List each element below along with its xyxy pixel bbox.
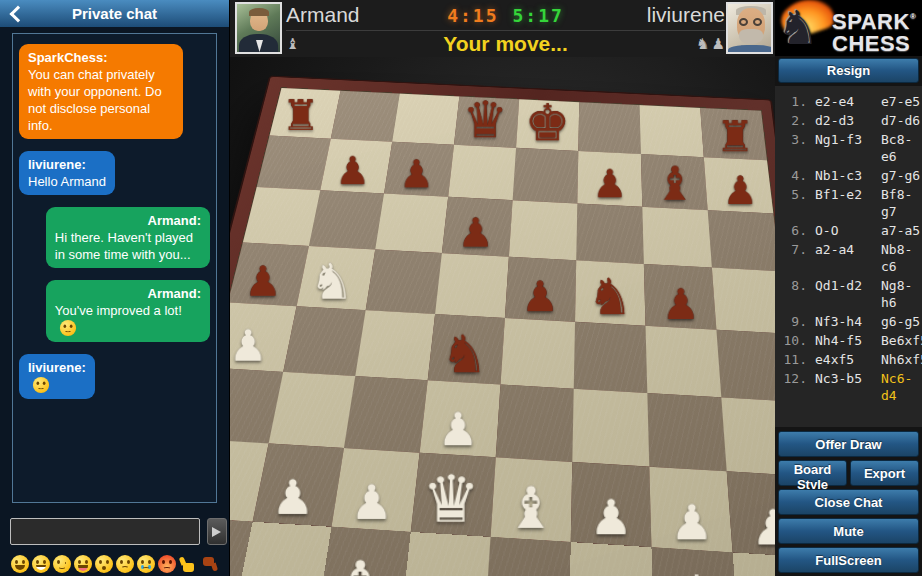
white-pawn[interactable]: ♟ (651, 499, 732, 547)
black-knight[interactable]: ♞ (575, 272, 645, 322)
avatar-glasses (753, 18, 762, 26)
emoji-tongue-button[interactable] (74, 555, 92, 573)
resign-button[interactable]: Resign (778, 58, 919, 83)
close-chat-button[interactable]: Close Chat (778, 489, 919, 515)
black-pawn[interactable]: ♟ (577, 165, 642, 204)
status-message: Your move... (443, 32, 567, 56)
square-d6[interactable]: ♟ (441, 197, 512, 257)
white-bishop[interactable]: ♝ (490, 480, 570, 537)
emoji-sad-button[interactable] (116, 555, 134, 573)
black-clock: 5:17 (513, 5, 564, 26)
emoji-cry-button[interactable] (137, 555, 155, 573)
square-d2[interactable]: ♛ (410, 453, 495, 537)
avatar-beard (739, 29, 763, 44)
black-rook[interactable]: ♜ (269, 94, 331, 136)
white-pawn[interactable]: ♟ (252, 474, 331, 522)
send-icon (212, 527, 226, 537)
square-h6[interactable] (707, 210, 775, 271)
avatar-glasses (739, 18, 748, 26)
square-d1[interactable] (400, 532, 490, 576)
square-a6[interactable] (242, 187, 319, 246)
game-area: ♜♛♚♜♟♟♟♝♟♟♟♞♟♞♟♟♞♟♟♟♛♝♟♟♟♜♝♜♚ Armand 4:1… (230, 0, 775, 576)
square-g3[interactable] (647, 393, 726, 471)
square-f7[interactable]: ♟ (577, 151, 642, 207)
emoji-grin-button[interactable] (32, 555, 50, 573)
chat-input-row (10, 518, 223, 545)
sparkchess-logo: ♞ SPARK® CHESS (775, 0, 922, 56)
black-king[interactable]: ♚ (516, 98, 578, 149)
square-g2[interactable]: ♟ (649, 467, 732, 553)
black-pawn[interactable]: ♟ (230, 261, 297, 303)
white-bishop[interactable]: ♝ (318, 554, 402, 576)
move-row: 3.Ng1-f3Bc8-e6 (775, 130, 922, 166)
square-g7[interactable]: ♝ (640, 154, 707, 210)
white-pawn[interactable]: ♟ (419, 407, 495, 453)
square-h4[interactable] (716, 330, 775, 402)
square-d8[interactable]: ♛ (454, 96, 519, 147)
black-bishop[interactable]: ♝ (642, 161, 707, 207)
game-header: Armand 4:15 5:17 liviurene ♝ Your move..… (230, 0, 775, 57)
black-player-avatar (726, 2, 773, 54)
square-d7[interactable] (448, 145, 516, 200)
move-row: 8.Qd1-d2Ng8-h6 (775, 276, 922, 312)
white-clock: 4:15 (447, 5, 498, 26)
square-c5[interactable] (365, 250, 441, 315)
chat-messages[interactable]: SparkChess:You can chat privately with y… (12, 33, 217, 503)
square-b7[interactable]: ♟ (320, 139, 392, 194)
square-e7[interactable] (512, 148, 578, 204)
emoji-thumbs-down-button[interactable] (200, 555, 218, 573)
white-player-avatar (235, 2, 282, 54)
board-scene: ♜♛♚♜♟♟♟♝♟♟♟♞♟♞♟♟♞♟♟♟♛♝♟♟♟♜♝♜♚ (230, 0, 775, 576)
emoji-flushed-button[interactable] (95, 555, 113, 573)
black-pawn[interactable]: ♟ (707, 171, 772, 210)
white-pawn[interactable]: ♟ (331, 479, 411, 527)
square-f6[interactable] (576, 203, 644, 263)
square-f3[interactable] (572, 389, 649, 467)
square-c4[interactable] (355, 310, 435, 380)
chat-message: Armand:Hi there. Haven't played in some … (46, 207, 210, 268)
square-c7[interactable]: ♟ (384, 142, 454, 197)
black-rook[interactable]: ♜ (703, 115, 766, 158)
square-c2[interactable]: ♟ (331, 448, 419, 532)
square-e2[interactable]: ♝ (490, 457, 572, 542)
square-b4[interactable] (283, 306, 365, 376)
move-row: 11.e4xf5Nh6xf5 (775, 350, 922, 369)
white-pawn[interactable]: ♟ (732, 504, 775, 552)
white-king[interactable]: ♚ (653, 567, 738, 576)
square-c6[interactable] (375, 194, 448, 254)
mute-button[interactable]: Mute (778, 518, 919, 544)
square-e6[interactable] (508, 200, 576, 260)
chat-message: liviurene: (19, 354, 95, 399)
avatar-hair (249, 8, 269, 16)
square-b2[interactable]: ♟ (252, 443, 343, 526)
sidebar-buttons: Offer Draw Board Style Export Close Chat… (778, 431, 919, 573)
white-rook[interactable]: ♜ (569, 572, 653, 576)
square-c3[interactable] (343, 376, 427, 453)
sidebar: ♞ SPARK® CHESS Resign 1.e2-e4e7-e52.d2-d… (775, 0, 922, 576)
back-button[interactable] (5, 3, 27, 24)
emoji-smile-open-button[interactable] (11, 555, 29, 573)
square-h8[interactable]: ♜ (700, 108, 767, 160)
square-h7[interactable]: ♟ (703, 157, 773, 213)
move-row: 6.O-Oa7-a5 (775, 221, 922, 240)
white-knight[interactable]: ♞ (296, 257, 365, 307)
chat-message: liviurene:Hello Armand (19, 151, 115, 195)
square-h5[interactable] (711, 268, 775, 334)
square-f2[interactable]: ♟ (570, 462, 651, 547)
square-f1[interactable]: ♜ (568, 542, 653, 576)
square-g6[interactable] (642, 207, 712, 268)
button-row: Board Style Export (778, 460, 919, 486)
black-knight[interactable]: ♞ (427, 329, 500, 381)
square-d3[interactable]: ♟ (419, 380, 500, 457)
move-row: 4.Nb1-c3g7-g6 (775, 166, 922, 185)
move-row: 5.Bf1-e2Bf8-g7 (775, 185, 922, 221)
square-e4[interactable] (500, 318, 575, 389)
captured-bishop-icon: ♝ (286, 36, 299, 51)
square-b5[interactable]: ♞ (296, 246, 375, 310)
black-pawn[interactable]: ♟ (442, 213, 509, 253)
chat-input[interactable] (10, 518, 200, 545)
square-e5[interactable]: ♟ (504, 257, 575, 322)
square-f8[interactable] (578, 102, 641, 154)
logo-line2: CHESS (832, 33, 916, 55)
square-e8[interactable]: ♚ (516, 99, 579, 151)
square-g4[interactable] (645, 326, 721, 398)
emoji-angry-button[interactable] (158, 555, 176, 573)
square-g8[interactable] (639, 105, 703, 157)
square-h3[interactable] (721, 397, 775, 476)
knight-logo-icon: ♞ (777, 1, 819, 54)
player-bar: Armand 4:15 5:17 liviurene (286, 0, 725, 31)
move-row: 1.e2-e4e7-e5 (775, 92, 922, 111)
square-e1[interactable] (484, 537, 570, 576)
square-b6[interactable] (308, 190, 383, 249)
board-frame: ♜♛♚♜♟♟♟♝♟♟♟♞♟♞♟♟♞♟♟♟♛♝♟♟♟♜♝♜♚ (230, 75, 775, 576)
chat-message: Armand:You've improved a lot! (46, 280, 210, 342)
square-b1[interactable] (234, 522, 330, 576)
black-pawn[interactable]: ♟ (645, 284, 715, 326)
logo-text: SPARK® CHESS (832, 6, 916, 55)
chat-header: Private chat (0, 0, 229, 27)
square-e3[interactable] (495, 385, 573, 462)
move-row: 12.Nc3-b5Nc6-d4 (775, 369, 922, 405)
square-g1[interactable]: ♚ (651, 547, 739, 576)
square-g5[interactable]: ♟ (643, 264, 716, 330)
square-h2[interactable]: ♟ (726, 471, 775, 557)
move-row: 9.Nf3-h4g6-g5 (775, 312, 922, 331)
white-captured-pieces: ♝ (286, 36, 443, 51)
move-list[interactable]: 1.e2-e4e7-e52.d2-d3d7-d63.Ng1-f3Bc8-e64.… (775, 86, 922, 427)
square-a3[interactable] (230, 368, 283, 444)
captured-pawn-icon: ♟ (712, 36, 725, 51)
chess-board: ♜♛♚♜♟♟♟♝♟♟♟♞♟♞♟♟♞♟♟♟♛♝♟♟♟♜♝♜♚ (230, 87, 775, 576)
fullscreen-button[interactable]: FullScreen (778, 547, 919, 573)
white-player-name: Armand (286, 3, 440, 27)
board-style-button[interactable]: Board Style (778, 460, 847, 486)
send-button[interactable] (207, 518, 227, 545)
chat-title: Private chat (72, 5, 157, 22)
move-row: 2.d2-d3d7-d6 (775, 111, 922, 130)
square-c1[interactable]: ♝ (317, 527, 410, 576)
emoji-smile-icon (33, 377, 49, 393)
offer-draw-button[interactable]: Offer Draw (778, 431, 919, 457)
square-h1[interactable] (732, 552, 775, 576)
black-pawn[interactable]: ♟ (320, 152, 384, 191)
black-pawn[interactable]: ♟ (384, 155, 448, 194)
square-d4[interactable]: ♞ (427, 314, 504, 385)
square-a8[interactable]: ♜ (269, 88, 340, 139)
black-pawn[interactable]: ♟ (505, 276, 575, 318)
white-queen[interactable]: ♛ (411, 467, 491, 532)
square-a7[interactable] (256, 136, 330, 191)
status-bar: ♝ Your move... ♞♟ (286, 31, 725, 56)
move-row: 10.Nh4-f5Be6xf5 (775, 331, 922, 350)
square-f4[interactable] (573, 322, 647, 393)
chevron-left-icon (10, 6, 27, 23)
square-b8[interactable] (330, 91, 399, 142)
emoji-thumbs-up-button[interactable] (179, 555, 197, 573)
white-pawn[interactable]: ♟ (570, 494, 650, 542)
emoji-smile-icon (60, 320, 76, 336)
emoji-wink-button[interactable] (53, 555, 71, 573)
captured-knight-icon: ♞ (696, 36, 709, 51)
chat-message: SparkChess:You can chat privately with y… (19, 44, 183, 139)
avatar-shirt (728, 45, 773, 54)
square-d5[interactable] (435, 253, 509, 318)
export-button[interactable]: Export (850, 460, 919, 486)
black-queen[interactable]: ♛ (454, 95, 516, 146)
white-pawn[interactable]: ♟ (230, 325, 284, 368)
sparkchess-app: Private chat SparkChess:You can chat pri… (0, 0, 922, 576)
chat-panel: Private chat SparkChess:You can chat pri… (0, 0, 230, 576)
square-f5[interactable]: ♞ (575, 260, 646, 326)
move-row: 7.a2-a4Nb8-c6 (775, 240, 922, 276)
logo-line1: SPARK® (832, 6, 916, 33)
emoji-row (0, 555, 229, 573)
square-c8[interactable] (392, 94, 459, 145)
black-captured-pieces: ♞♟ (568, 36, 725, 51)
black-player-name: liviurene (571, 3, 725, 27)
registered-mark: ® (910, 12, 916, 21)
white-rook[interactable]: ♜ (230, 545, 236, 576)
square-b3[interactable] (268, 372, 355, 448)
